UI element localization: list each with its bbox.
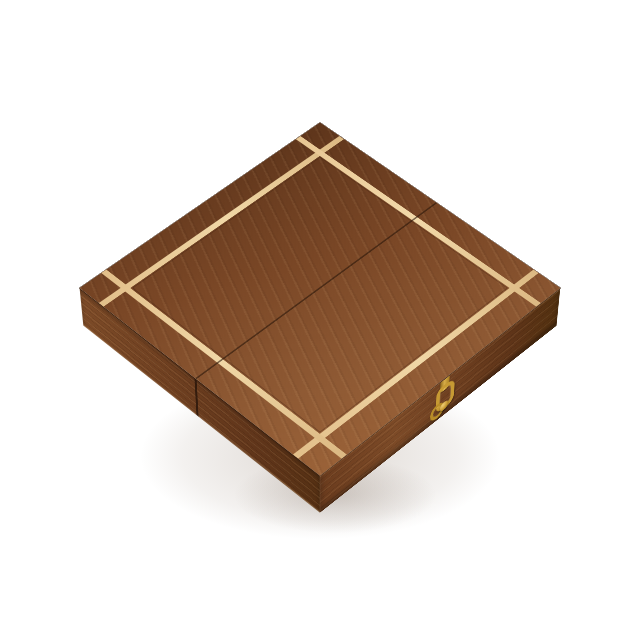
product-photo-scene xyxy=(0,0,625,625)
fold-seam-side xyxy=(194,378,198,417)
